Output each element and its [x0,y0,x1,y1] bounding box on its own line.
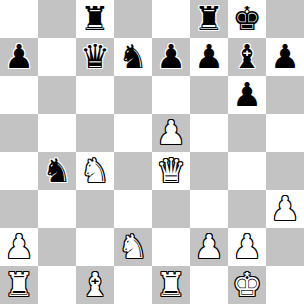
square-a8[interactable] [0,0,38,38]
square-a7[interactable]: ♟ [0,38,38,76]
square-h1[interactable] [266,266,304,304]
square-b5[interactable] [38,114,76,152]
white-pawn[interactable]: ♟ [156,114,186,152]
white-knight[interactable]: ♞ [80,152,110,190]
square-d6[interactable] [114,76,152,114]
square-a2[interactable]: ♟ [0,228,38,266]
square-c7[interactable]: ♛ [76,38,114,76]
black-pawn[interactable]: ♟ [232,76,262,114]
square-c6[interactable] [76,76,114,114]
square-e3[interactable] [152,190,190,228]
square-g5[interactable] [228,114,266,152]
square-f4[interactable] [190,152,228,190]
white-pawn[interactable]: ♟ [194,228,224,266]
chess-board: ♜♜♚♟♛♞♟♟♝♟♟♟♞♞♛♟♟♞♟♟♜♝♜♚ [0,0,304,304]
square-f2[interactable]: ♟ [190,228,228,266]
white-pawn[interactable]: ♟ [232,228,262,266]
square-a4[interactable] [0,152,38,190]
black-knight[interactable]: ♞ [118,38,148,76]
white-bishop[interactable]: ♝ [80,266,110,304]
square-e5[interactable]: ♟ [152,114,190,152]
square-e2[interactable] [152,228,190,266]
square-e8[interactable] [152,0,190,38]
square-f7[interactable]: ♟ [190,38,228,76]
square-c1[interactable]: ♝ [76,266,114,304]
white-pawn[interactable]: ♟ [4,228,34,266]
square-g4[interactable] [228,152,266,190]
black-queen[interactable]: ♛ [80,38,110,76]
square-b6[interactable] [38,76,76,114]
square-h8[interactable] [266,0,304,38]
square-h2[interactable] [266,228,304,266]
square-d1[interactable] [114,266,152,304]
black-bishop[interactable]: ♝ [232,38,262,76]
square-c8[interactable]: ♜ [76,0,114,38]
square-c3[interactable] [76,190,114,228]
square-d7[interactable]: ♞ [114,38,152,76]
square-a1[interactable]: ♜ [0,266,38,304]
white-king[interactable]: ♚ [232,266,262,304]
black-pawn[interactable]: ♟ [156,38,186,76]
square-g2[interactable]: ♟ [228,228,266,266]
square-c5[interactable] [76,114,114,152]
square-g8[interactable]: ♚ [228,0,266,38]
square-b7[interactable] [38,38,76,76]
square-h7[interactable]: ♟ [266,38,304,76]
white-knight[interactable]: ♞ [118,228,148,266]
square-d2[interactable]: ♞ [114,228,152,266]
square-e1[interactable]: ♜ [152,266,190,304]
square-b8[interactable] [38,0,76,38]
square-a3[interactable] [0,190,38,228]
square-f6[interactable] [190,76,228,114]
square-f5[interactable] [190,114,228,152]
square-c4[interactable]: ♞ [76,152,114,190]
square-a5[interactable] [0,114,38,152]
square-b3[interactable] [38,190,76,228]
square-d4[interactable] [114,152,152,190]
square-b1[interactable] [38,266,76,304]
square-h6[interactable] [266,76,304,114]
black-knight[interactable]: ♞ [42,152,72,190]
black-pawn[interactable]: ♟ [194,38,224,76]
square-a6[interactable] [0,76,38,114]
square-c2[interactable] [76,228,114,266]
black-king[interactable]: ♚ [232,0,262,38]
black-rook[interactable]: ♜ [80,0,110,38]
square-e7[interactable]: ♟ [152,38,190,76]
white-pawn[interactable]: ♟ [270,190,300,228]
square-h4[interactable] [266,152,304,190]
white-rook[interactable]: ♜ [4,266,34,304]
white-queen[interactable]: ♛ [156,152,186,190]
square-b2[interactable] [38,228,76,266]
black-pawn[interactable]: ♟ [270,38,300,76]
square-f1[interactable] [190,266,228,304]
square-e6[interactable] [152,76,190,114]
black-pawn[interactable]: ♟ [4,38,34,76]
square-f3[interactable] [190,190,228,228]
square-h5[interactable] [266,114,304,152]
square-f8[interactable]: ♜ [190,0,228,38]
square-b4[interactable]: ♞ [38,152,76,190]
square-d3[interactable] [114,190,152,228]
square-g6[interactable]: ♟ [228,76,266,114]
square-g3[interactable] [228,190,266,228]
black-rook[interactable]: ♜ [194,0,224,38]
square-e4[interactable]: ♛ [152,152,190,190]
square-g1[interactable]: ♚ [228,266,266,304]
square-d5[interactable] [114,114,152,152]
white-rook[interactable]: ♜ [156,266,186,304]
square-g7[interactable]: ♝ [228,38,266,76]
square-h3[interactable]: ♟ [266,190,304,228]
square-d8[interactable] [114,0,152,38]
